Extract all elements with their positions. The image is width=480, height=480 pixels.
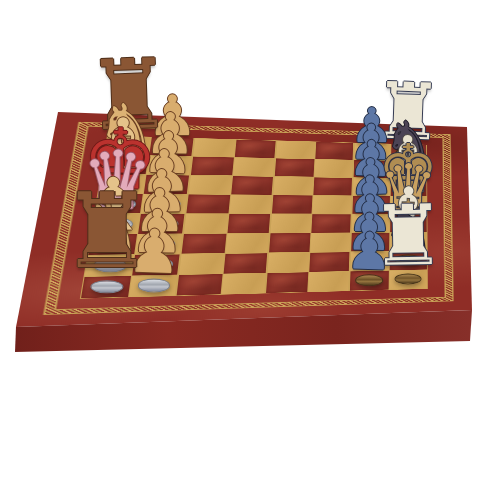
chess-set-photo: ♜♟♟♜♞♟♟♞♝♟♟♝♚♟♟♚♛♟♟♛♝♟♟♝♞♟♟♞♜♟♟♜ xyxy=(0,0,480,480)
piece-black-pawn-a7: ♟ xyxy=(345,225,393,278)
pieces-layer: ♜♟♟♜♞♟♟♞♝♟♟♝♚♟♟♚♛♟♟♛♝♟♟♝♞♟♟♞♜♟♟♜ xyxy=(0,0,480,480)
piece-white-rook-a1: ♜ xyxy=(60,181,153,285)
